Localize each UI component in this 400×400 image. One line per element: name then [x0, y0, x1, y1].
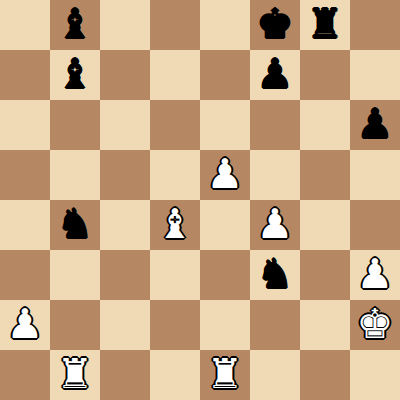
piece-white-pawn: ♟	[207, 149, 244, 199]
square-e2[interactable]	[200, 300, 250, 350]
square-a5[interactable]	[0, 150, 50, 200]
piece-black-knight: ♞	[57, 199, 94, 249]
square-c2[interactable]	[100, 300, 150, 350]
square-b6[interactable]	[50, 100, 100, 150]
square-g3[interactable]	[300, 250, 350, 300]
piece-black-pawn: ♟	[257, 49, 294, 99]
square-d1[interactable]	[150, 350, 200, 400]
square-b5[interactable]	[50, 150, 100, 200]
square-g4[interactable]	[300, 200, 350, 250]
square-g6[interactable]	[300, 100, 350, 150]
square-e6[interactable]	[200, 100, 250, 150]
square-b3[interactable]	[50, 250, 100, 300]
square-d4[interactable]: ♝	[150, 200, 200, 250]
square-e7[interactable]	[200, 50, 250, 100]
square-c4[interactable]	[100, 200, 150, 250]
square-f6[interactable]	[250, 100, 300, 150]
piece-black-knight: ♞	[257, 249, 294, 299]
piece-white-rook: ♜	[57, 349, 94, 399]
square-f4[interactable]: ♟	[250, 200, 300, 250]
square-d3[interactable]	[150, 250, 200, 300]
square-h8[interactable]	[350, 0, 400, 50]
square-b4[interactable]: ♞	[50, 200, 100, 250]
square-e8[interactable]	[200, 0, 250, 50]
square-g1[interactable]	[300, 350, 350, 400]
piece-white-bishop: ♝	[157, 199, 194, 249]
piece-white-pawn: ♟	[7, 299, 44, 349]
square-c7[interactable]	[100, 50, 150, 100]
square-f2[interactable]	[250, 300, 300, 350]
square-a7[interactable]	[0, 50, 50, 100]
square-b2[interactable]	[50, 300, 100, 350]
piece-white-rook: ♜	[207, 349, 244, 399]
piece-white-pawn: ♟	[357, 249, 394, 299]
square-c1[interactable]	[100, 350, 150, 400]
square-b8[interactable]: ♝	[50, 0, 100, 50]
piece-black-bishop: ♝	[57, 0, 94, 49]
piece-black-rook: ♜	[307, 0, 344, 49]
square-f3[interactable]: ♞	[250, 250, 300, 300]
square-h2[interactable]: ♚	[350, 300, 400, 350]
square-h1[interactable]	[350, 350, 400, 400]
square-c3[interactable]	[100, 250, 150, 300]
square-h5[interactable]	[350, 150, 400, 200]
square-a8[interactable]	[0, 0, 50, 50]
square-a1[interactable]	[0, 350, 50, 400]
square-e4[interactable]	[200, 200, 250, 250]
piece-black-pawn: ♟	[357, 99, 394, 149]
square-d7[interactable]	[150, 50, 200, 100]
square-f8[interactable]: ♚	[250, 0, 300, 50]
square-f5[interactable]	[250, 150, 300, 200]
square-g8[interactable]: ♜	[300, 0, 350, 50]
square-a6[interactable]	[0, 100, 50, 150]
square-c5[interactable]	[100, 150, 150, 200]
square-a4[interactable]	[0, 200, 50, 250]
square-g2[interactable]	[300, 300, 350, 350]
square-d5[interactable]	[150, 150, 200, 200]
square-h4[interactable]	[350, 200, 400, 250]
piece-white-pawn: ♟	[257, 199, 294, 249]
chess-board: ♝♚♜♝♟♟♟♞♝♟♞♟♟♚♜♜	[0, 0, 400, 400]
square-c8[interactable]	[100, 0, 150, 50]
square-g5[interactable]	[300, 150, 350, 200]
square-c6[interactable]	[100, 100, 150, 150]
square-d6[interactable]	[150, 100, 200, 150]
piece-black-king: ♚	[257, 0, 294, 49]
piece-black-bishop: ♝	[57, 49, 94, 99]
square-h7[interactable]	[350, 50, 400, 100]
square-e1[interactable]: ♜	[200, 350, 250, 400]
square-h6[interactable]: ♟	[350, 100, 400, 150]
square-h3[interactable]: ♟	[350, 250, 400, 300]
square-d8[interactable]	[150, 0, 200, 50]
square-b7[interactable]: ♝	[50, 50, 100, 100]
square-e5[interactable]: ♟	[200, 150, 250, 200]
piece-white-king: ♚	[357, 299, 394, 349]
square-b1[interactable]: ♜	[50, 350, 100, 400]
square-f1[interactable]	[250, 350, 300, 400]
square-f7[interactable]: ♟	[250, 50, 300, 100]
square-e3[interactable]	[200, 250, 250, 300]
square-g7[interactable]	[300, 50, 350, 100]
square-a2[interactable]: ♟	[0, 300, 50, 350]
square-a3[interactable]	[0, 250, 50, 300]
square-d2[interactable]	[150, 300, 200, 350]
